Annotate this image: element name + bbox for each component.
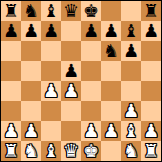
square-b6[interactable] <box>21 41 41 61</box>
square-c6[interactable] <box>41 41 61 61</box>
square-b1[interactable]: ♞ <box>21 141 41 161</box>
white-pawn-piece[interactable]: ♟ <box>63 81 79 101</box>
white-pawn-piece[interactable]: ♟ <box>123 101 139 121</box>
square-b2[interactable]: ♟ <box>21 121 41 141</box>
black-pawn-piece[interactable]: ♟ <box>63 61 79 81</box>
white-pawn-piece[interactable]: ♟ <box>43 81 59 101</box>
white-knight-piece[interactable]: ♞ <box>123 141 139 161</box>
square-g3[interactable]: ♟ <box>121 101 141 121</box>
black-queen-piece[interactable]: ♛ <box>63 1 79 21</box>
square-h3[interactable] <box>141 101 161 121</box>
square-g1[interactable]: ♞ <box>121 141 141 161</box>
square-h6[interactable] <box>141 41 161 61</box>
square-a2[interactable]: ♟ <box>1 121 21 141</box>
black-pawn-piece[interactable]: ♟ <box>103 21 119 41</box>
white-knight-piece[interactable]: ♞ <box>23 141 39 161</box>
white-pawn-piece[interactable]: ♟ <box>83 121 99 141</box>
square-e2[interactable]: ♟ <box>81 121 101 141</box>
square-b8[interactable]: ♞ <box>21 1 41 21</box>
square-e1[interactable]: ♚ <box>81 141 101 161</box>
white-pawn-piece[interactable]: ♟ <box>23 121 39 141</box>
square-d6[interactable] <box>61 41 81 61</box>
square-c2[interactable] <box>41 121 61 141</box>
square-f2[interactable]: ♟ <box>101 121 121 141</box>
white-pawn-piece[interactable]: ♟ <box>3 121 19 141</box>
square-c4[interactable]: ♟ <box>41 81 61 101</box>
square-g2[interactable]: ♝ <box>121 121 141 141</box>
white-rook-piece[interactable]: ♜ <box>3 141 19 161</box>
black-bishop-piece[interactable]: ♝ <box>43 1 59 21</box>
white-pawn-piece[interactable]: ♟ <box>143 121 159 141</box>
square-a7[interactable]: ♟ <box>1 21 21 41</box>
square-b3[interactable] <box>21 101 41 121</box>
black-pawn-piece[interactable]: ♟ <box>123 41 139 61</box>
square-a8[interactable]: ♜ <box>1 1 21 21</box>
square-d3[interactable] <box>61 101 81 121</box>
square-c5[interactable] <box>41 61 61 81</box>
square-c7[interactable]: ♟ <box>41 21 61 41</box>
white-pawn-piece[interactable]: ♟ <box>103 121 119 141</box>
black-rook-piece[interactable]: ♜ <box>3 1 19 21</box>
square-h2[interactable]: ♟ <box>141 121 161 141</box>
square-c8[interactable]: ♝ <box>41 1 61 21</box>
black-pawn-piece[interactable]: ♟ <box>23 21 39 41</box>
square-g7[interactable]: ♝ <box>121 21 141 41</box>
square-a4[interactable] <box>1 81 21 101</box>
square-h5[interactable] <box>141 61 161 81</box>
black-pawn-piece[interactable]: ♟ <box>83 21 99 41</box>
square-b5[interactable] <box>21 61 41 81</box>
square-e6[interactable] <box>81 41 101 61</box>
black-bishop-piece[interactable]: ♝ <box>123 21 139 41</box>
white-bishop-piece[interactable]: ♝ <box>43 141 59 161</box>
square-e5[interactable] <box>81 61 101 81</box>
square-a5[interactable] <box>1 61 21 81</box>
square-f1[interactable] <box>101 141 121 161</box>
square-g8[interactable] <box>121 1 141 21</box>
square-d1[interactable]: ♛ <box>61 141 81 161</box>
square-a6[interactable] <box>1 41 21 61</box>
white-bishop-piece[interactable]: ♝ <box>123 121 139 141</box>
square-d4[interactable]: ♟ <box>61 81 81 101</box>
square-g4[interactable] <box>121 81 141 101</box>
black-rook-piece[interactable]: ♜ <box>143 1 159 21</box>
black-knight-piece[interactable]: ♞ <box>23 1 39 21</box>
square-f3[interactable] <box>101 101 121 121</box>
white-queen-piece[interactable]: ♛ <box>63 141 79 161</box>
square-g6[interactable]: ♟ <box>121 41 141 61</box>
square-a1[interactable]: ♜ <box>1 141 21 161</box>
square-e4[interactable] <box>81 81 101 101</box>
square-d8[interactable]: ♛ <box>61 1 81 21</box>
black-king-piece[interactable]: ♚ <box>83 1 99 21</box>
square-b7[interactable]: ♟ <box>21 21 41 41</box>
black-pawn-piece[interactable]: ♟ <box>43 21 59 41</box>
black-pawn-piece[interactable]: ♟ <box>143 21 159 41</box>
white-king-piece[interactable]: ♚ <box>83 141 99 161</box>
square-f7[interactable]: ♟ <box>101 21 121 41</box>
square-c1[interactable]: ♝ <box>41 141 61 161</box>
chess-board-container: ♜♞♝♛♚♜♟♟♟♟♟♝♟♞♟♟♟♟♟♟♟♟♟♝♟♜♞♝♛♚♞♜ <box>0 0 162 162</box>
square-d5[interactable]: ♟ <box>61 61 81 81</box>
square-h4[interactable] <box>141 81 161 101</box>
black-pawn-piece[interactable]: ♟ <box>3 21 19 41</box>
square-f5[interactable] <box>101 61 121 81</box>
square-e8[interactable]: ♚ <box>81 1 101 21</box>
square-h8[interactable]: ♜ <box>141 1 161 21</box>
square-b4[interactable] <box>21 81 41 101</box>
square-c3[interactable] <box>41 101 61 121</box>
white-rook-piece[interactable]: ♜ <box>143 141 159 161</box>
square-f8[interactable] <box>101 1 121 21</box>
square-e3[interactable] <box>81 101 101 121</box>
chess-board: ♜♞♝♛♚♜♟♟♟♟♟♝♟♞♟♟♟♟♟♟♟♟♟♝♟♜♞♝♛♚♞♜ <box>0 0 162 162</box>
square-a3[interactable] <box>1 101 21 121</box>
square-g5[interactable] <box>121 61 141 81</box>
black-knight-piece[interactable]: ♞ <box>103 41 119 61</box>
square-h1[interactable]: ♜ <box>141 141 161 161</box>
square-d7[interactable] <box>61 21 81 41</box>
square-f6[interactable]: ♞ <box>101 41 121 61</box>
square-e7[interactable]: ♟ <box>81 21 101 41</box>
square-h7[interactable]: ♟ <box>141 21 161 41</box>
square-f4[interactable] <box>101 81 121 101</box>
square-d2[interactable] <box>61 121 81 141</box>
